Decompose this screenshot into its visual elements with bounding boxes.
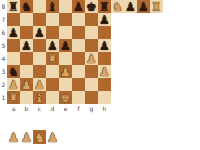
square-h8[interactable]: ♜: [98, 0, 111, 13]
piece-white-rook: ♜: [8, 92, 19, 104]
spare-pieces-bottom-tray: ♟♟♞♟: [7, 130, 59, 144]
square-d3[interactable]: [46, 65, 59, 78]
piece-white-pawn: ♟: [60, 66, 71, 78]
file-label-c: c: [33, 104, 46, 114]
piece-white-pawn: ♟: [21, 131, 33, 144]
square-b8[interactable]: ♞: [20, 0, 33, 13]
spare-bottom-tile-2[interactable]: ♟: [20, 130, 33, 144]
piece-white-rook: ♜: [47, 53, 58, 65]
square-g1[interactable]: [85, 91, 98, 104]
spare-bottom-tile-3[interactable]: ♞: [33, 130, 46, 144]
piece-black-pawn: ♟: [73, 1, 84, 13]
spare-top-tile-1[interactable]: ♞: [111, 0, 124, 13]
square-c2[interactable]: ♟: [33, 78, 46, 91]
piece-black-pawn: ♟: [8, 27, 19, 39]
square-c3[interactable]: [33, 65, 46, 78]
piece-black-rook: ♜: [8, 1, 19, 13]
spare-pieces-top-tray: ♞♟♟♜: [111, 0, 163, 13]
piece-white-pawn: ♟: [21, 79, 32, 91]
piece-black-knight: ♞: [21, 1, 32, 13]
file-label-b: b: [20, 104, 33, 114]
chess-board: ♜♞♝♟♚♜♟♟♟♟♟♟♟♜♟♞♟♟♟♟♟♜♝♚: [7, 0, 111, 104]
square-a8[interactable]: ♜: [7, 0, 20, 13]
square-d1[interactable]: [46, 91, 59, 104]
rank-labels: 8 7 6 5 4 3 2 1: [0, 0, 7, 104]
piece-white-pawn: ♟: [8, 131, 20, 144]
square-h6[interactable]: [98, 26, 111, 39]
square-h4[interactable]: [98, 52, 111, 65]
rank-label-4: 4: [0, 52, 7, 65]
piece-black-pawn: ♟: [138, 1, 149, 13]
piece-black-pawn: ♟: [60, 40, 71, 52]
square-b3[interactable]: [20, 65, 33, 78]
piece-black-pawn: ♟: [47, 40, 58, 52]
square-a6[interactable]: ♟: [7, 26, 20, 39]
square-g8[interactable]: ♚: [85, 0, 98, 13]
rank-label-7: 7: [0, 13, 7, 26]
square-c8[interactable]: [33, 0, 46, 13]
square-a7[interactable]: [7, 13, 20, 26]
square-h2[interactable]: [98, 78, 111, 91]
file-label-g: g: [85, 104, 98, 114]
square-f8[interactable]: ♟: [72, 0, 85, 13]
piece-white-rook: ♜: [151, 1, 162, 13]
piece-white-pawn: ♟: [47, 131, 59, 144]
rank-label-3: 3: [0, 65, 7, 78]
rank-label-5: 5: [0, 39, 7, 52]
square-g3[interactable]: [85, 65, 98, 78]
piece-black-bishop: ♝: [47, 1, 58, 13]
square-g6[interactable]: [85, 26, 98, 39]
spare-top-tile-2[interactable]: ♟: [124, 0, 137, 13]
square-b4[interactable]: [20, 52, 33, 65]
square-f4[interactable]: [72, 52, 85, 65]
square-b7[interactable]: [20, 13, 33, 26]
square-a1[interactable]: ♜: [7, 91, 20, 104]
square-c6[interactable]: ♟: [33, 26, 46, 39]
square-c5[interactable]: [33, 39, 46, 52]
rank-label-2: 2: [0, 78, 7, 91]
square-d6[interactable]: [46, 26, 59, 39]
square-b6[interactable]: [20, 26, 33, 39]
square-e6[interactable]: [59, 26, 72, 39]
piece-black-knight: ♞: [8, 66, 19, 78]
file-label-a: a: [7, 104, 20, 114]
square-f6[interactable]: [72, 26, 85, 39]
square-d7[interactable]: [46, 13, 59, 26]
square-a2[interactable]: ♟: [7, 78, 20, 91]
piece-black-king: ♚: [86, 1, 97, 13]
square-c1[interactable]: ♝: [33, 91, 46, 104]
square-e7[interactable]: [59, 13, 72, 26]
square-f3[interactable]: [72, 65, 85, 78]
piece-white-pawn: ♟: [34, 79, 45, 91]
square-d4[interactable]: ♜: [46, 52, 59, 65]
chess-app: 8 7 6 5 4 3 2 1 ♜♞♝♟♚♜♟♟♟♟♟♟♟♜♟♞♟♟♟♟♟♜♝♚…: [0, 0, 200, 150]
piece-white-pawn: ♟: [8, 79, 19, 91]
square-b1[interactable]: [20, 91, 33, 104]
square-d5[interactable]: ♟: [46, 39, 59, 52]
spare-bottom-tile-1[interactable]: ♟: [7, 130, 20, 144]
file-label-h: h: [98, 104, 111, 114]
square-g5[interactable]: [85, 39, 98, 52]
piece-white-pawn: ♟: [86, 53, 97, 65]
square-c4[interactable]: [33, 52, 46, 65]
rank-label-6: 6: [0, 26, 7, 39]
square-e5[interactable]: ♟: [59, 39, 72, 52]
spare-bottom-tile-4[interactable]: ♟: [46, 130, 59, 144]
piece-black-pawn: ♟: [99, 40, 110, 52]
piece-white-bishop: ♝: [34, 92, 45, 104]
square-c7[interactable]: [33, 13, 46, 26]
file-label-e: e: [59, 104, 72, 114]
square-e2[interactable]: [59, 78, 72, 91]
square-g4[interactable]: ♟: [85, 52, 98, 65]
square-a4[interactable]: [7, 52, 20, 65]
file-label-f: f: [72, 104, 85, 114]
square-e8[interactable]: [59, 0, 72, 13]
square-e1[interactable]: ♚: [59, 91, 72, 104]
piece-black-pawn: ♟: [125, 1, 136, 13]
square-d2[interactable]: [46, 78, 59, 91]
square-a3[interactable]: ♞: [7, 65, 20, 78]
square-g2[interactable]: [85, 78, 98, 91]
square-b5[interactable]: ♟: [20, 39, 33, 52]
piece-black-pawn: ♟: [21, 40, 32, 52]
square-h3[interactable]: ♟: [98, 65, 111, 78]
file-labels: a b c d e f g h: [7, 104, 111, 114]
piece-white-pawn: ♟: [99, 66, 110, 78]
spare-top-tile-4[interactable]: ♜: [150, 0, 163, 13]
square-h1[interactable]: [98, 91, 111, 104]
square-a5[interactable]: [7, 39, 20, 52]
piece-white-knight: ♞: [112, 1, 123, 13]
square-h7[interactable]: ♟: [98, 13, 111, 26]
file-label-d: d: [46, 104, 59, 114]
square-f1[interactable]: [72, 91, 85, 104]
square-f7[interactable]: [72, 13, 85, 26]
piece-black-pawn: ♟: [34, 27, 45, 39]
piece-white-king: ♚: [60, 92, 71, 104]
square-f2[interactable]: [72, 78, 85, 91]
piece-black-pawn: ♟: [99, 14, 110, 26]
square-g7[interactable]: [85, 13, 98, 26]
rank-label-1: 1: [0, 91, 7, 104]
spare-top-tile-3[interactable]: ♟: [137, 0, 150, 13]
rank-label-8: 8: [0, 0, 7, 13]
piece-white-knight: ♞: [34, 131, 46, 144]
square-b2[interactable]: ♟: [20, 78, 33, 91]
square-f5[interactable]: [72, 39, 85, 52]
square-d8[interactable]: ♝: [46, 0, 59, 13]
square-e3[interactable]: ♟: [59, 65, 72, 78]
piece-black-rook: ♜: [99, 1, 110, 13]
square-h5[interactable]: ♟: [98, 39, 111, 52]
square-e4[interactable]: [59, 52, 72, 65]
